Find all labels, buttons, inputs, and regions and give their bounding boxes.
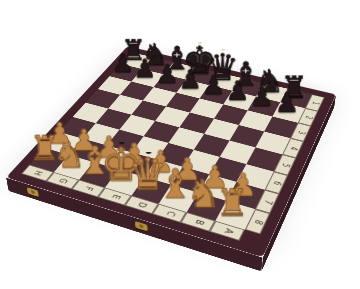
piece-white-rook: ♜ <box>209 184 255 221</box>
piece-black-pawn: ♟ <box>218 78 256 105</box>
piece-white-pawn: ♟ <box>220 170 265 201</box>
piece-white-pawn: ♟ <box>113 140 156 170</box>
product-photo: 12345678HGFEDCBA ♜♞♝♚♛♝♞♜♟♟♟♟♟♟♟♟♟♟♟♟♟♟♟… <box>0 0 360 289</box>
piece-white-bishop: ♝ <box>73 141 116 180</box>
chess-board-3d: 12345678HGFEDCBA ♜♞♝♚♛♝♞♜♟♟♟♟♟♟♟♟♟♟♟♟♟♟♟… <box>6 46 336 257</box>
brass-clasp-left <box>27 187 39 197</box>
piece-black-pawn: ♟ <box>194 72 232 98</box>
piece-white-pawn: ♟ <box>192 162 236 193</box>
dark-finial <box>145 148 151 154</box>
piece-black-pawn: ♟ <box>126 56 162 81</box>
piece-black-pawn: ♟ <box>171 67 208 93</box>
piece-white-pawn: ♟ <box>165 154 209 185</box>
brass-clasp-center <box>135 221 148 231</box>
piece-black-pawn: ♟ <box>267 89 306 116</box>
cream-finial <box>197 39 202 44</box>
cream-finial <box>220 46 225 51</box>
product-photo-scene: 12345678HGFEDCBA ♜♞♝♚♛♝♞♜♟♟♟♟♟♟♟♟♟♟♟♟♟♟♟… <box>0 0 360 289</box>
piece-white-knight: ♞ <box>181 174 227 213</box>
piece-white-bishop: ♝ <box>153 163 198 203</box>
piece-black-pawn: ♟ <box>149 61 186 87</box>
piece-white-pawn: ♟ <box>88 133 130 162</box>
